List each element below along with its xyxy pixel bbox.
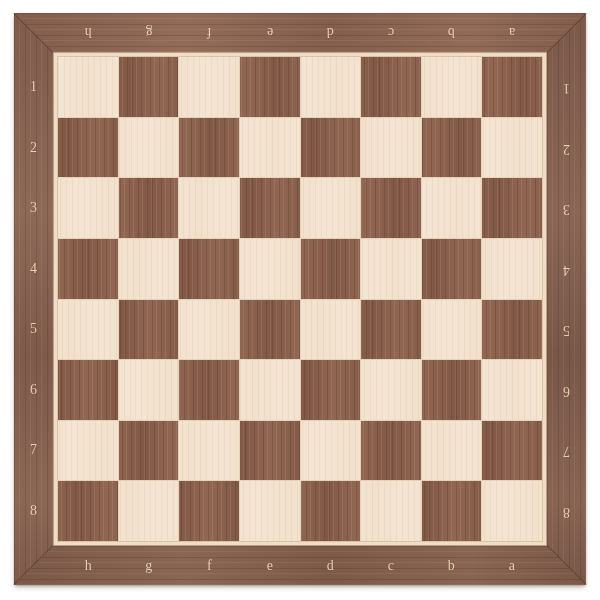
square-h3[interactable] [58,178,118,238]
square-f6[interactable] [179,360,239,420]
square-d1[interactable] [301,57,361,117]
square-e8[interactable] [240,481,300,541]
square-g8[interactable] [119,481,179,541]
rank-right-label-4: 4 [547,239,586,300]
square-a1[interactable] [482,57,542,117]
square-f4[interactable] [179,239,239,299]
square-c7[interactable] [361,421,421,481]
file-top-label-b: b [421,13,482,52]
rank-left-label-7: 7 [14,420,53,481]
square-c4[interactable] [361,239,421,299]
rank-left-label-2: 2 [14,118,53,179]
square-e1[interactable] [240,57,300,117]
square-e6[interactable] [240,360,300,420]
file-labels-bottom: hgfedcba [58,546,542,585]
square-h6[interactable] [58,360,118,420]
board-frame-left [14,13,53,585]
miter-seam-bottom-left [13,545,53,585]
maple-inlay-border [53,52,547,546]
square-g6[interactable] [119,360,179,420]
file-bottom-label-h: h [58,546,119,585]
square-c6[interactable] [361,360,421,420]
file-top-label-a: a [482,13,543,52]
rank-left-label-6: 6 [14,360,53,421]
rank-left-label-5: 5 [14,299,53,360]
square-a8[interactable] [482,481,542,541]
square-g7[interactable] [119,421,179,481]
square-d8[interactable] [301,481,361,541]
square-e2[interactable] [240,118,300,178]
square-g2[interactable] [119,118,179,178]
square-d6[interactable] [301,360,361,420]
square-d7[interactable] [301,421,361,481]
file-top-label-f: f [179,13,240,52]
square-f7[interactable] [179,421,239,481]
square-d5[interactable] [301,300,361,360]
file-labels-top: hgfedcba [58,13,542,52]
square-b5[interactable] [422,300,482,360]
file-bottom-label-b: b [421,546,482,585]
file-bottom-label-d: d [300,546,361,585]
square-f5[interactable] [179,300,239,360]
square-h2[interactable] [58,118,118,178]
file-top-label-h: h [58,13,119,52]
square-a2[interactable] [482,118,542,178]
square-a7[interactable] [482,421,542,481]
square-f3[interactable] [179,178,239,238]
board-grid [58,57,542,541]
rank-left-label-1: 1 [14,57,53,118]
square-d4[interactable] [301,239,361,299]
file-bottom-label-e: e [240,546,301,585]
square-a3[interactable] [482,178,542,238]
square-b6[interactable] [422,360,482,420]
rank-left-label-8: 8 [14,481,53,542]
square-c3[interactable] [361,178,421,238]
square-a6[interactable] [482,360,542,420]
rank-right-label-3: 3 [547,178,586,239]
square-g4[interactable] [119,239,179,299]
square-d2[interactable] [301,118,361,178]
square-c1[interactable] [361,57,421,117]
file-bottom-label-c: c [361,546,422,585]
square-b2[interactable] [422,118,482,178]
square-f2[interactable] [179,118,239,178]
board-frame-top [14,13,586,52]
rank-right-label-8: 8 [547,481,586,542]
square-h4[interactable] [58,239,118,299]
square-h1[interactable] [58,57,118,117]
square-h8[interactable] [58,481,118,541]
square-f1[interactable] [179,57,239,117]
square-b1[interactable] [422,57,482,117]
rank-right-label-6: 6 [547,360,586,421]
rank-left-label-3: 3 [14,178,53,239]
square-f8[interactable] [179,481,239,541]
square-h7[interactable] [58,421,118,481]
rank-right-label-1: 1 [547,57,586,118]
rank-labels-left: 12345678 [14,57,53,541]
rank-right-label-7: 7 [547,420,586,481]
square-c2[interactable] [361,118,421,178]
file-bottom-label-f: f [179,546,240,585]
square-b4[interactable] [422,239,482,299]
square-c5[interactable] [361,300,421,360]
square-a4[interactable] [482,239,542,299]
miter-seam-bottom-right [546,545,586,585]
rank-right-label-5: 5 [547,299,586,360]
file-top-label-c: c [361,13,422,52]
miter-seam-top-left [13,13,53,53]
square-e4[interactable] [240,239,300,299]
miter-seam-top-right [546,13,586,53]
file-top-label-g: g [119,13,180,52]
file-top-label-e: e [240,13,301,52]
square-e7[interactable] [240,421,300,481]
chess-board: hgfedcba hgfedcba 12345678 12345678 [14,13,586,585]
board-frame-right [547,13,586,585]
board-frame-bottom [14,546,586,585]
square-b8[interactable] [422,481,482,541]
square-a5[interactable] [482,300,542,360]
file-bottom-label-a: a [482,546,543,585]
square-g5[interactable] [119,300,179,360]
rank-right-label-2: 2 [547,118,586,179]
square-b7[interactable] [422,421,482,481]
square-c8[interactable] [361,481,421,541]
rank-left-label-4: 4 [14,239,53,300]
file-bottom-label-g: g [119,546,180,585]
rank-labels-right: 12345678 [547,57,586,541]
square-e5[interactable] [240,300,300,360]
square-b3[interactable] [422,178,482,238]
square-e3[interactable] [240,178,300,238]
square-h5[interactable] [58,300,118,360]
square-g3[interactable] [119,178,179,238]
square-g1[interactable] [119,57,179,117]
file-top-label-d: d [300,13,361,52]
square-d3[interactable] [301,178,361,238]
